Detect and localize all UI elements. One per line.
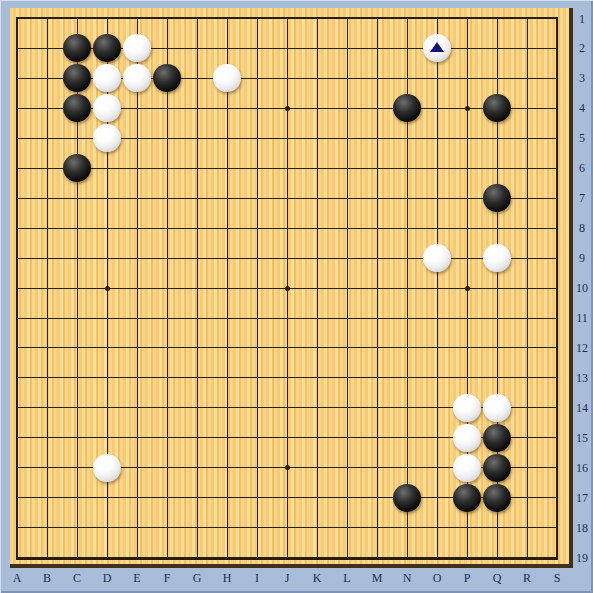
- column-label: N: [396, 571, 418, 585]
- grid-line-vertical: [527, 19, 528, 558]
- column-label: I: [246, 571, 268, 585]
- white-stone: [483, 244, 511, 272]
- column-label: B: [36, 571, 58, 585]
- star-point: [285, 286, 290, 291]
- row-label: 14: [571, 401, 593, 415]
- row-label: 7: [571, 191, 593, 205]
- black-stone: [393, 484, 421, 512]
- row-label: 19: [571, 551, 593, 565]
- grid-line-horizontal: [17, 377, 557, 378]
- black-stone: [483, 454, 511, 482]
- column-label: D: [96, 571, 118, 585]
- column-label: A: [6, 571, 28, 585]
- row-label: 18: [571, 521, 593, 535]
- star-point: [105, 286, 110, 291]
- star-point: [465, 106, 470, 111]
- star-point: [285, 465, 290, 470]
- column-label: J: [276, 571, 298, 585]
- column-label: O: [426, 571, 448, 585]
- column-label: S: [546, 571, 568, 585]
- white-stone: [453, 424, 481, 452]
- row-label: 2: [571, 41, 593, 55]
- row-label: 12: [571, 341, 593, 355]
- white-stone: [93, 454, 121, 482]
- column-label: R: [516, 571, 538, 585]
- white-stone: [453, 394, 481, 422]
- row-label: 3: [571, 71, 593, 85]
- row-label: 1: [571, 12, 593, 26]
- grid-line-vertical: [437, 19, 438, 558]
- column-label: P: [456, 571, 478, 585]
- column-label: F: [156, 571, 178, 585]
- grid-line-horizontal: [17, 318, 557, 319]
- white-stone: [453, 454, 481, 482]
- column-label: H: [216, 571, 238, 585]
- black-stone: [483, 484, 511, 512]
- column-label: K: [306, 571, 328, 585]
- grid-line-vertical: [317, 19, 318, 558]
- column-label: L: [336, 571, 358, 585]
- star-point: [465, 286, 470, 291]
- last-move-triangle-marker: [430, 42, 444, 52]
- column-label: G: [186, 571, 208, 585]
- grid-line-vertical: [377, 19, 378, 558]
- row-label: 10: [571, 281, 593, 295]
- grid-line-vertical: [557, 19, 558, 558]
- row-label: 16: [571, 461, 593, 475]
- black-stone: [483, 184, 511, 212]
- column-label: M: [366, 571, 388, 585]
- row-label: 11: [571, 311, 593, 325]
- row-label: 15: [571, 431, 593, 445]
- column-label: E: [126, 571, 148, 585]
- row-label: 9: [571, 251, 593, 265]
- white-stone: [483, 394, 511, 422]
- row-label: 6: [571, 161, 593, 175]
- star-point: [285, 106, 290, 111]
- column-label: Q: [486, 571, 508, 585]
- row-label: 8: [571, 221, 593, 235]
- goban-panel: ABCDEFGHIJKLMNOPQRS123456789101112131415…: [0, 0, 593, 593]
- grid-line-horizontal: [17, 347, 557, 348]
- grid-line-horizontal: [17, 527, 557, 528]
- row-label: 5: [571, 131, 593, 145]
- column-label: C: [66, 571, 88, 585]
- row-label: 4: [571, 101, 593, 115]
- row-label: 17: [571, 491, 593, 505]
- black-stone: [453, 484, 481, 512]
- grid-line-horizontal: [17, 557, 557, 558]
- black-stone: [483, 424, 511, 452]
- white-stone: [423, 244, 451, 272]
- grid-line-vertical: [347, 19, 348, 558]
- row-label: 13: [571, 371, 593, 385]
